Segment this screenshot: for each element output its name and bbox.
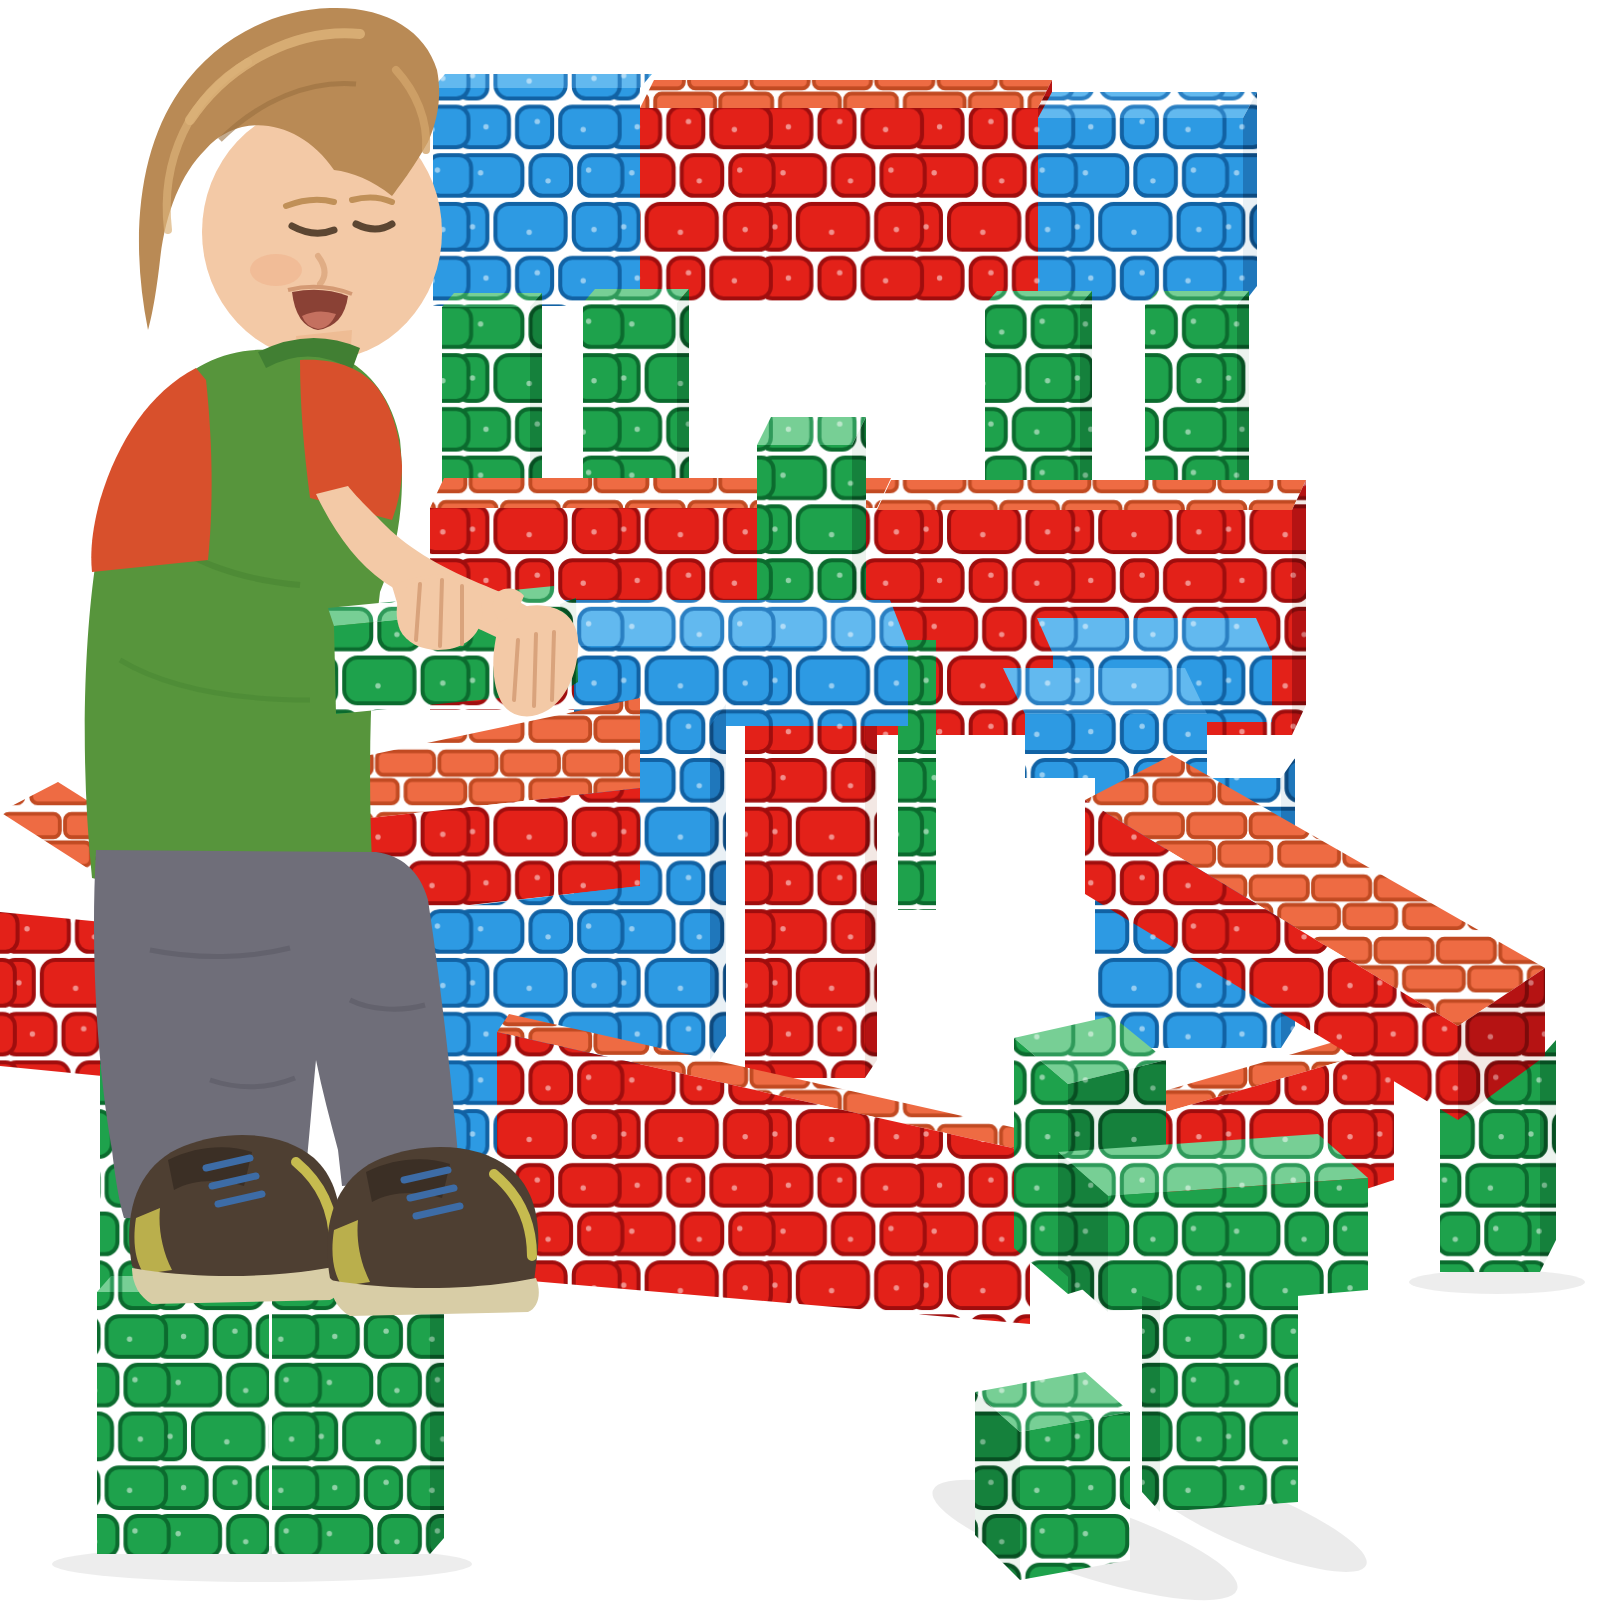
block-green-pillar-1 <box>442 293 542 497</box>
bar-front-face <box>1108 1178 1368 1312</box>
top-face <box>640 80 1052 108</box>
top-face <box>1145 291 1249 305</box>
column-front-face <box>1160 1294 1298 1512</box>
block-green-cube <box>975 1372 1130 1580</box>
leg-side-face <box>1540 1040 1556 1272</box>
side-face <box>677 289 689 508</box>
front-face <box>640 108 1038 304</box>
block-wall-blue-left <box>433 74 652 306</box>
column-side-face <box>710 704 726 1060</box>
side-face <box>1080 291 1092 510</box>
block-step-cube-right <box>272 1276 444 1554</box>
front-face <box>272 1292 430 1554</box>
front-face <box>1145 305 1237 501</box>
side-face <box>1243 92 1257 304</box>
top-face <box>442 293 542 307</box>
upper-top-face <box>1037 618 1272 654</box>
front-face <box>583 303 677 508</box>
shoe-left <box>129 1135 341 1304</box>
top-face <box>877 480 1306 510</box>
top-face <box>433 74 652 88</box>
scene-canvas: Smiling toddler with light brown hair, w… <box>0 0 1601 1601</box>
side-face <box>530 293 542 497</box>
top-face <box>757 417 866 445</box>
column-left-face <box>1142 1296 1160 1512</box>
top-face <box>1038 92 1257 118</box>
top-face <box>556 600 908 646</box>
top-face <box>985 291 1092 305</box>
front-face <box>442 307 530 497</box>
front-face <box>97 1292 269 1554</box>
lower-top-face <box>1003 668 1207 714</box>
block-wall-red-top <box>640 80 1052 304</box>
shadow <box>1409 1270 1585 1294</box>
side-face <box>430 1276 444 1554</box>
front-face <box>433 88 640 306</box>
front-face <box>1020 1412 1130 1580</box>
cheek-blush <box>250 254 302 286</box>
sleeve-left <box>91 368 211 572</box>
side-face <box>1237 291 1249 501</box>
block-wall-blue-right <box>1038 92 1257 304</box>
product-photo: Smiling toddler with light brown hair, w… <box>0 0 1601 1601</box>
front-face <box>985 305 1080 510</box>
block-green-pillar-2 <box>583 289 689 508</box>
shoe-right <box>327 1147 539 1316</box>
block-green-pillar-3 <box>985 291 1092 510</box>
front-face <box>1038 118 1243 304</box>
block-step-cube-left <box>97 1276 283 1554</box>
side-face <box>1292 480 1306 735</box>
top-face <box>583 289 689 303</box>
block-green-pillar-4 <box>1145 291 1249 501</box>
